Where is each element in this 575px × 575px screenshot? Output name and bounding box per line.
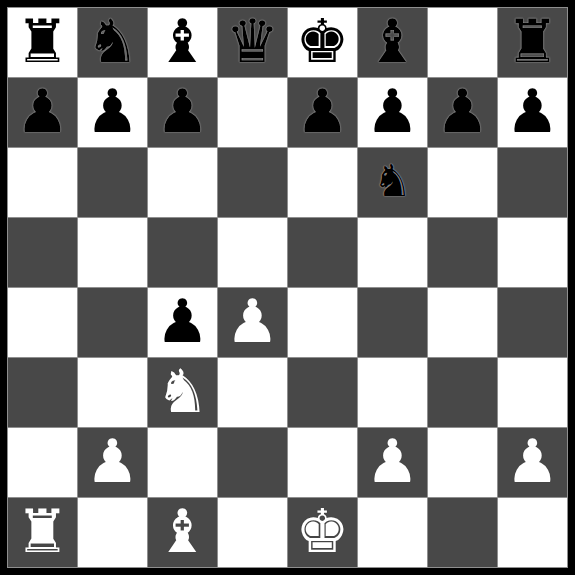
square-g8[interactable] <box>428 8 497 77</box>
square-a2[interactable] <box>8 428 77 497</box>
chess-board: ♜♞♝♛♚♝♜♟♟♟♟♟♟♟♞♟♟♞♟♟♟♜♝♚ <box>8 8 567 567</box>
square-e7[interactable]: ♟ <box>288 78 357 147</box>
square-g7[interactable]: ♟ <box>428 78 497 147</box>
square-d3[interactable] <box>218 358 287 427</box>
square-g1[interactable] <box>428 498 497 567</box>
piece-white-rook[interactable]: ♜ <box>16 501 70 561</box>
piece-black-pawn[interactable]: ♟ <box>86 81 140 141</box>
square-c7[interactable]: ♟ <box>148 78 217 147</box>
square-d6[interactable] <box>218 148 287 217</box>
piece-black-bishop[interactable]: ♝ <box>156 11 210 71</box>
square-a8[interactable]: ♜ <box>8 8 77 77</box>
square-g6[interactable] <box>428 148 497 217</box>
square-f8[interactable]: ♝ <box>358 8 427 77</box>
square-h1[interactable] <box>498 498 567 567</box>
square-c6[interactable] <box>148 148 217 217</box>
square-d2[interactable] <box>218 428 287 497</box>
square-h4[interactable] <box>498 288 567 357</box>
square-c1[interactable]: ♝ <box>148 498 217 567</box>
piece-white-king[interactable]: ♚ <box>296 501 350 561</box>
square-f3[interactable] <box>358 358 427 427</box>
square-c8[interactable]: ♝ <box>148 8 217 77</box>
square-g5[interactable] <box>428 218 497 287</box>
square-d8[interactable]: ♛ <box>218 8 287 77</box>
piece-black-bishop[interactable]: ♝ <box>366 11 420 71</box>
square-e1[interactable]: ♚ <box>288 498 357 567</box>
square-c2[interactable] <box>148 428 217 497</box>
square-d5[interactable] <box>218 218 287 287</box>
square-h7[interactable]: ♟ <box>498 78 567 147</box>
square-b1[interactable] <box>78 498 147 567</box>
square-g3[interactable] <box>428 358 497 427</box>
square-h5[interactable] <box>498 218 567 287</box>
square-c4[interactable]: ♟ <box>148 288 217 357</box>
piece-black-pawn[interactable]: ♟ <box>16 81 70 141</box>
piece-white-pawn[interactable]: ♟ <box>506 431 560 491</box>
square-b7[interactable]: ♟ <box>78 78 147 147</box>
square-f6[interactable]: ♞ <box>358 148 427 217</box>
piece-black-pawn[interactable]: ♟ <box>506 81 560 141</box>
square-a4[interactable] <box>8 288 77 357</box>
piece-black-pawn[interactable]: ♟ <box>436 81 490 141</box>
square-a5[interactable] <box>8 218 77 287</box>
piece-white-knight[interactable]: ♞ <box>156 361 210 421</box>
piece-black-pawn[interactable]: ♟ <box>366 81 420 141</box>
square-h6[interactable] <box>498 148 567 217</box>
piece-black-pawn[interactable]: ♟ <box>156 81 210 141</box>
square-c5[interactable] <box>148 218 217 287</box>
square-b4[interactable] <box>78 288 147 357</box>
square-h2[interactable]: ♟ <box>498 428 567 497</box>
square-f5[interactable] <box>358 218 427 287</box>
square-e6[interactable] <box>288 148 357 217</box>
piece-white-bishop[interactable]: ♝ <box>156 501 210 561</box>
square-b2[interactable]: ♟ <box>78 428 147 497</box>
square-c3[interactable]: ♞ <box>148 358 217 427</box>
square-g4[interactable] <box>428 288 497 357</box>
piece-white-pawn[interactable]: ♟ <box>226 291 280 351</box>
square-b5[interactable] <box>78 218 147 287</box>
board-frame: ♜♞♝♛♚♝♜♟♟♟♟♟♟♟♞♟♟♞♟♟♟♜♝♚ <box>0 0 575 575</box>
square-b8[interactable]: ♞ <box>78 8 147 77</box>
square-d4[interactable]: ♟ <box>218 288 287 357</box>
square-h8[interactable]: ♜ <box>498 8 567 77</box>
square-e2[interactable] <box>288 428 357 497</box>
square-h3[interactable] <box>498 358 567 427</box>
square-g2[interactable] <box>428 428 497 497</box>
piece-black-knight[interactable]: ♞ <box>86 11 140 71</box>
square-f4[interactable] <box>358 288 427 357</box>
square-f2[interactable]: ♟ <box>358 428 427 497</box>
square-f1[interactable] <box>358 498 427 567</box>
piece-black-knight[interactable]: ♞ <box>373 159 412 203</box>
square-f7[interactable]: ♟ <box>358 78 427 147</box>
square-a6[interactable] <box>8 148 77 217</box>
square-e3[interactable] <box>288 358 357 427</box>
square-e8[interactable]: ♚ <box>288 8 357 77</box>
square-a1[interactable]: ♜ <box>8 498 77 567</box>
square-e4[interactable] <box>288 288 357 357</box>
piece-black-pawn[interactable]: ♟ <box>156 291 210 351</box>
piece-black-king[interactable]: ♚ <box>296 11 350 71</box>
square-b3[interactable] <box>78 358 147 427</box>
square-a3[interactable] <box>8 358 77 427</box>
piece-black-rook[interactable]: ♜ <box>506 11 560 71</box>
square-d7[interactable] <box>218 78 287 147</box>
piece-black-pawn[interactable]: ♟ <box>296 81 350 141</box>
square-a7[interactable]: ♟ <box>8 78 77 147</box>
piece-black-queen[interactable]: ♛ <box>226 11 280 71</box>
piece-black-rook[interactable]: ♜ <box>16 11 70 71</box>
square-e5[interactable] <box>288 218 357 287</box>
piece-white-pawn[interactable]: ♟ <box>86 431 140 491</box>
square-b6[interactable] <box>78 148 147 217</box>
square-d1[interactable] <box>218 498 287 567</box>
piece-white-pawn[interactable]: ♟ <box>366 431 420 491</box>
